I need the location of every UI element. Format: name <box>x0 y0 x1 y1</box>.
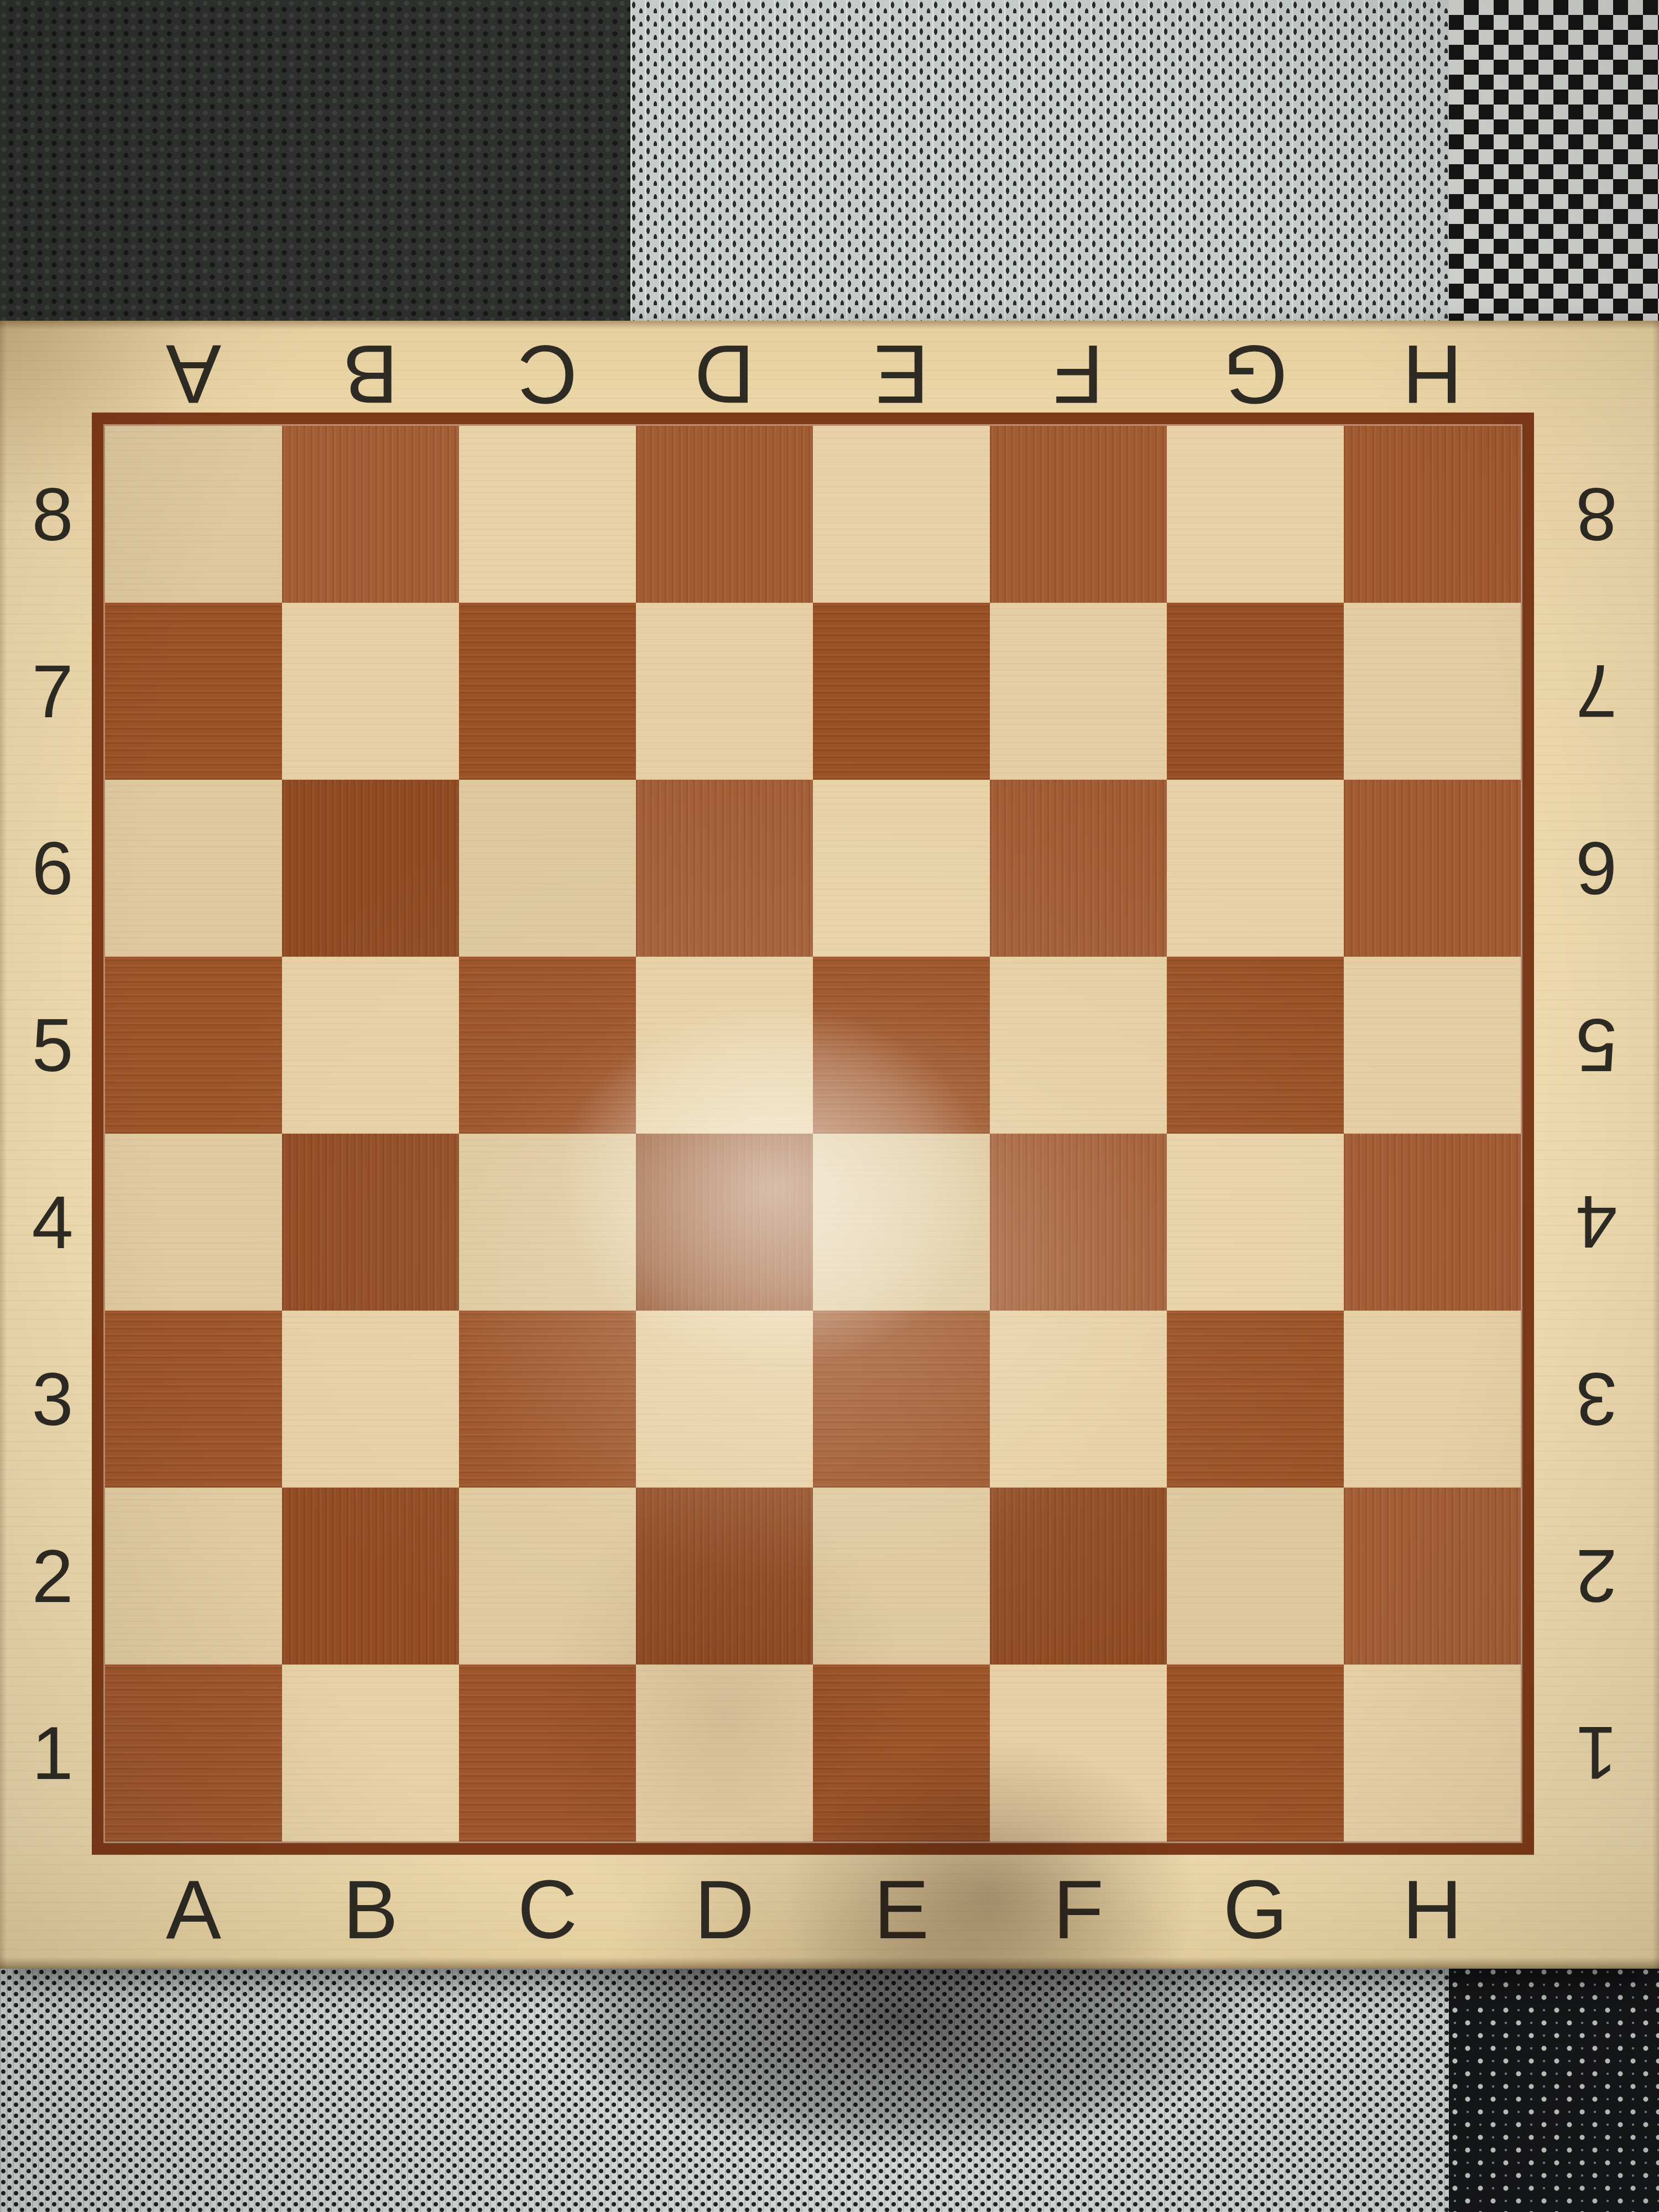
square-d2 <box>636 1488 813 1665</box>
square-d3 <box>636 1311 813 1488</box>
square-e7 <box>813 603 990 780</box>
rank-label-left-1: 1 <box>0 1665 105 1841</box>
rank-label-right-6: 6 <box>1534 780 1659 957</box>
square-e3 <box>813 1311 990 1488</box>
file-label-bottom-d: D <box>636 1868 813 1951</box>
rank-label-right-2: 2 <box>1534 1488 1659 1665</box>
square-f1 <box>990 1665 1167 1841</box>
square-d5 <box>636 957 813 1134</box>
square-h6 <box>1344 780 1521 957</box>
square-c5 <box>459 957 636 1134</box>
file-label-top-b: B <box>282 333 459 416</box>
rank-label-left-2: 2 <box>0 1488 105 1665</box>
square-f6 <box>990 780 1167 957</box>
square-b4 <box>282 1134 459 1311</box>
ranks-right: 87654321 <box>1534 426 1659 1841</box>
square-b1 <box>282 1665 459 1841</box>
square-e5 <box>813 957 990 1134</box>
squares-grid <box>105 426 1521 1841</box>
files-top: ABCDEFGH <box>105 333 1521 416</box>
square-h4 <box>1344 1134 1521 1311</box>
rank-label-left-6: 6 <box>0 780 105 957</box>
square-f8 <box>990 426 1167 603</box>
square-a5 <box>105 957 282 1134</box>
rank-label-right-1: 1 <box>1534 1665 1659 1841</box>
square-g5 <box>1167 957 1344 1134</box>
rank-label-left-5: 5 <box>0 957 105 1134</box>
square-b6 <box>282 780 459 957</box>
square-h5 <box>1344 957 1521 1134</box>
square-e6 <box>813 780 990 957</box>
square-e8 <box>813 426 990 603</box>
square-c8 <box>459 426 636 603</box>
file-label-top-e: E <box>813 333 990 416</box>
square-c6 <box>459 780 636 957</box>
square-g1 <box>1167 1665 1344 1841</box>
file-label-bottom-a: A <box>105 1868 282 1951</box>
square-d1 <box>636 1665 813 1841</box>
square-f2 <box>990 1488 1167 1665</box>
square-h3 <box>1344 1311 1521 1488</box>
square-h7 <box>1344 603 1521 780</box>
rank-label-right-8: 8 <box>1534 426 1659 603</box>
square-a2 <box>105 1488 282 1665</box>
file-label-bottom-c: C <box>459 1868 636 1951</box>
file-label-top-c: C <box>459 333 636 416</box>
square-c1 <box>459 1665 636 1841</box>
square-g3 <box>1167 1311 1344 1488</box>
square-e1 <box>813 1665 990 1841</box>
rank-label-left-7: 7 <box>0 603 105 780</box>
file-label-bottom-g: G <box>1167 1868 1344 1951</box>
square-d4 <box>636 1134 813 1311</box>
file-label-bottom-f: F <box>990 1868 1167 1951</box>
square-c7 <box>459 603 636 780</box>
rank-label-left-8: 8 <box>0 426 105 603</box>
square-h1 <box>1344 1665 1521 1841</box>
carpet-top-light-weave <box>630 0 1449 365</box>
rank-label-right-5: 5 <box>1534 957 1659 1134</box>
square-b7 <box>282 603 459 780</box>
square-c2 <box>459 1488 636 1665</box>
file-label-bottom-e: E <box>813 1868 990 1951</box>
ranks-left: 87654321 <box>0 426 105 1841</box>
square-c4 <box>459 1134 636 1311</box>
square-c3 <box>459 1311 636 1488</box>
file-label-top-f: F <box>990 333 1167 416</box>
photo-scene: ABCDEFGH ABCDEFGH 87654321 87654321 <box>0 0 1659 2212</box>
square-f4 <box>990 1134 1167 1311</box>
rank-label-left-3: 3 <box>0 1311 105 1488</box>
file-label-top-d: D <box>636 333 813 416</box>
file-label-bottom-h: H <box>1344 1868 1521 1951</box>
square-b8 <box>282 426 459 603</box>
square-g8 <box>1167 426 1344 603</box>
files-bottom: ABCDEFGH <box>105 1868 1521 1951</box>
file-label-top-a: A <box>105 333 282 416</box>
square-h8 <box>1344 426 1521 603</box>
file-label-top-h: H <box>1344 333 1521 416</box>
square-e4 <box>813 1134 990 1311</box>
square-g2 <box>1167 1488 1344 1665</box>
square-h2 <box>1344 1488 1521 1665</box>
rank-label-right-4: 4 <box>1534 1134 1659 1311</box>
carpet-top-left-knit <box>0 0 630 365</box>
square-d7 <box>636 603 813 780</box>
square-g6 <box>1167 780 1344 957</box>
board-inner-border <box>92 413 1534 1855</box>
square-b2 <box>282 1488 459 1665</box>
file-label-top-g: G <box>1167 333 1344 416</box>
carpet-top-right-check <box>1449 0 1659 365</box>
square-e2 <box>813 1488 990 1665</box>
square-a7 <box>105 603 282 780</box>
square-a6 <box>105 780 282 957</box>
square-f3 <box>990 1311 1167 1488</box>
square-a4 <box>105 1134 282 1311</box>
square-a8 <box>105 426 282 603</box>
square-g4 <box>1167 1134 1344 1311</box>
square-f5 <box>990 957 1167 1134</box>
square-d6 <box>636 780 813 957</box>
square-b3 <box>282 1311 459 1488</box>
square-g7 <box>1167 603 1344 780</box>
square-b5 <box>282 957 459 1134</box>
rank-label-right-3: 3 <box>1534 1311 1659 1488</box>
square-f7 <box>990 603 1167 780</box>
rank-label-left-4: 4 <box>0 1134 105 1311</box>
chessboard: ABCDEFGH ABCDEFGH 87654321 87654321 <box>0 321 1659 1969</box>
square-d8 <box>636 426 813 603</box>
file-label-bottom-b: B <box>282 1868 459 1951</box>
square-a1 <box>105 1665 282 1841</box>
square-a3 <box>105 1311 282 1488</box>
rank-label-right-7: 7 <box>1534 603 1659 780</box>
